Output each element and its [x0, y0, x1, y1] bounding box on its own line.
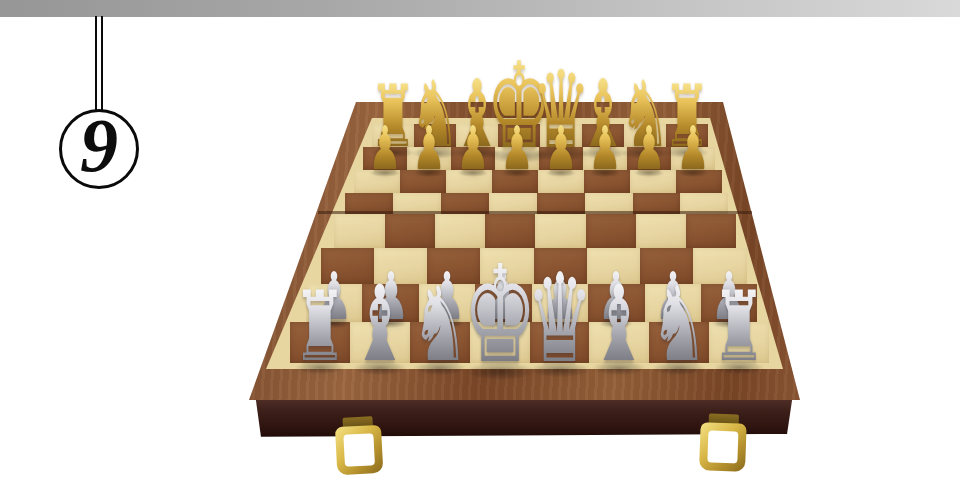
square-a6	[676, 170, 722, 193]
square-d2	[532, 284, 588, 322]
square-g1	[350, 322, 410, 363]
board-row	[354, 170, 722, 193]
square-c1	[589, 322, 649, 363]
square-a1	[709, 322, 769, 363]
square-b8	[624, 124, 666, 147]
square-b3	[640, 248, 693, 284]
square-d1	[530, 322, 590, 363]
square-c8	[582, 124, 624, 147]
square-f4	[435, 214, 485, 248]
square-a8	[666, 124, 708, 147]
board-row	[306, 284, 758, 322]
square-b4	[636, 214, 686, 248]
board-row	[321, 248, 747, 284]
square-f3	[427, 248, 480, 284]
square-a7	[671, 147, 715, 170]
square-e6	[492, 170, 538, 193]
board-row	[290, 322, 769, 363]
square-b7	[627, 147, 671, 170]
square-f2	[419, 284, 475, 322]
product-photo-scene: 9 ♜♞♝♚♛♝♞♜♟♟♟♟♟♟♟♟♟♟♟♟♟♟♟♟♜♝♞♚♛♝♞♜	[0, 0, 960, 500]
square-h1	[290, 322, 350, 363]
square-a2	[701, 284, 757, 322]
square-b6	[630, 170, 676, 193]
board-row	[334, 214, 736, 248]
square-h7	[363, 147, 407, 170]
square-d8	[540, 124, 582, 147]
square-d7	[539, 147, 583, 170]
chess-board	[0, 0, 960, 500]
square-c6	[584, 170, 630, 193]
square-g8	[414, 124, 456, 147]
square-h4	[334, 214, 384, 248]
square-d4	[535, 214, 585, 248]
square-c3	[587, 248, 640, 284]
square-b1	[649, 322, 709, 363]
square-f6	[446, 170, 492, 193]
square-e8	[498, 124, 540, 147]
square-a4	[686, 214, 736, 248]
square-e2	[475, 284, 531, 322]
square-e7	[495, 147, 539, 170]
square-g3	[374, 248, 427, 284]
square-f7	[451, 147, 495, 170]
square-b2	[645, 284, 701, 322]
square-f1	[410, 322, 470, 363]
square-g6	[400, 170, 446, 193]
board-row	[372, 124, 708, 147]
square-d6	[538, 170, 584, 193]
square-d3	[534, 248, 587, 284]
square-h3	[321, 248, 374, 284]
square-c4	[586, 214, 636, 248]
square-g2	[362, 284, 418, 322]
board-row	[363, 147, 715, 170]
square-e1	[470, 322, 530, 363]
square-e4	[485, 214, 535, 248]
square-g7	[407, 147, 451, 170]
board-fold-seam	[318, 211, 752, 214]
square-e3	[480, 248, 533, 284]
square-f8	[456, 124, 498, 147]
square-g4	[385, 214, 435, 248]
square-h8	[372, 124, 414, 147]
square-a3	[693, 248, 746, 284]
square-h6	[354, 170, 400, 193]
square-h2	[306, 284, 362, 322]
square-c7	[583, 147, 627, 170]
square-c2	[588, 284, 644, 322]
